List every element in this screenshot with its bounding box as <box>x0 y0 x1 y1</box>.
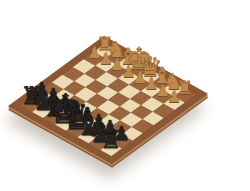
chess-piece[interactable]: ♜ <box>100 128 122 153</box>
chess-set-photo: ♜♞♝♚♛♝♞♜♟♟♟♟♟♟♟♟♟♟♟♟♟♟♟♟♜♞♝♚♛♝♞♜ <box>0 0 250 191</box>
chess-piece[interactable]: ♟ <box>167 89 181 105</box>
pieces-layer: ♜♞♝♚♛♝♞♜♟♟♟♟♟♟♟♟♟♟♟♟♟♟♟♟♜♞♝♚♛♝♞♜ <box>0 0 250 191</box>
